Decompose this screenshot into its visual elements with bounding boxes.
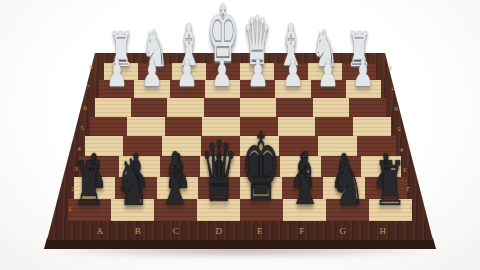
file-label-f: F — [299, 227, 305, 236]
square-h6 — [349, 98, 385, 117]
square-b6 — [131, 98, 167, 117]
white-pawn-h7: ♟ — [352, 55, 374, 92]
rank-label-right-8: 8 — [388, 64, 392, 71]
square-f6 — [276, 98, 312, 117]
black-king-e1: ♚ — [241, 120, 280, 215]
rank-label-right-6: 6 — [394, 105, 398, 112]
black-queen-d1: ♛ — [200, 131, 238, 215]
rank-label-left-1: 1 — [68, 206, 72, 213]
white-pawn-f7: ♟ — [282, 55, 304, 92]
white-pawn-c7: ♟ — [176, 55, 198, 92]
rank-label-right-7: 7 — [391, 84, 395, 91]
white-pawn-a7: ♟ — [106, 55, 128, 92]
square-d6 — [204, 98, 240, 117]
file-label-h: H — [380, 227, 387, 236]
rank-row-5 — [90, 117, 391, 136]
render-scene: ABCDEFGH8765432187654321 ♜♞♝♚♛♝♞♜♟♟♟♟♟♟♟… — [0, 0, 480, 270]
black-knight-b1: ♞ — [115, 150, 149, 215]
file-label-d: D — [216, 227, 223, 236]
rank-label-left-5: 5 — [80, 125, 84, 132]
square-f5 — [278, 117, 316, 136]
rank-label-right-5: 5 — [397, 125, 401, 132]
black-knight-g1: ♞ — [331, 150, 365, 215]
black-bishop-c1: ♝ — [158, 143, 192, 215]
square-c6 — [167, 98, 203, 117]
rank-label-left-7: 7 — [86, 84, 90, 91]
square-a5 — [90, 117, 128, 136]
file-label-b: B — [135, 227, 142, 236]
rank-label-left-6: 6 — [83, 105, 87, 112]
square-c5 — [165, 117, 203, 136]
file-label-a: A — [97, 227, 104, 236]
white-pawn-g7: ♟ — [317, 55, 339, 92]
black-rook-h1: ♜ — [374, 154, 406, 215]
rank-label-right-1: 1 — [409, 204, 413, 211]
rank-label-left-8: 8 — [89, 64, 93, 71]
file-label-g: G — [340, 227, 347, 236]
square-g6 — [313, 98, 349, 117]
white-pawn-e7: ♟ — [247, 55, 269, 92]
square-h5 — [353, 117, 391, 136]
rank-row-6 — [95, 98, 386, 117]
square-g5 — [315, 117, 353, 136]
file-label-e: E — [257, 227, 263, 236]
square-b5 — [127, 117, 165, 136]
file-label-c: C — [173, 227, 180, 236]
black-rook-a1: ♜ — [73, 154, 105, 215]
white-pawn-b7: ♟ — [141, 55, 163, 92]
white-pawn-d7: ♟ — [211, 55, 233, 92]
square-a6 — [95, 98, 131, 117]
black-bishop-f1: ♝ — [288, 143, 322, 215]
rank-label-right-2: 2 — [406, 185, 410, 192]
